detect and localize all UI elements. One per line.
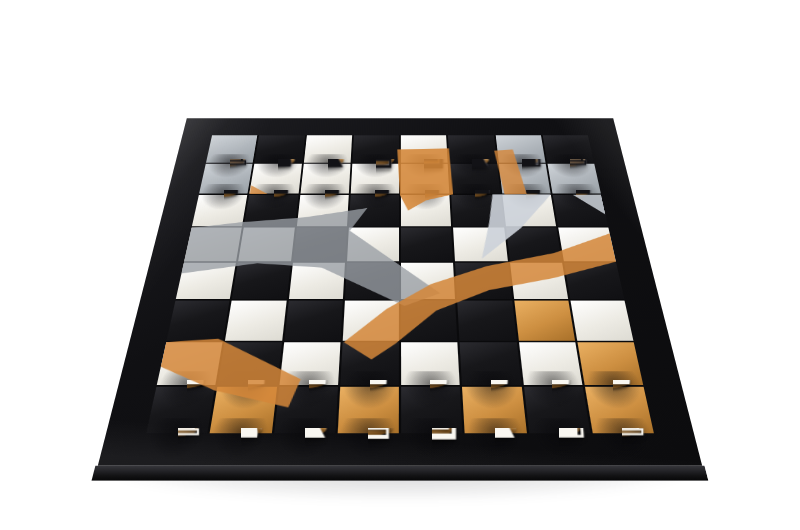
- speckled-pawn-head-icon: [367, 153, 384, 170]
- square-f7[interactable]: ♟: [450, 164, 500, 193]
- square-a4[interactable]: [176, 263, 236, 300]
- square-g6[interactable]: [502, 194, 556, 226]
- square-d4[interactable]: [345, 263, 399, 300]
- square-a5[interactable]: [184, 227, 242, 261]
- square-e5[interactable]: [401, 227, 453, 261]
- square-g5[interactable]: [506, 227, 562, 261]
- square-d7[interactable]: ♟: [350, 164, 399, 193]
- square-a7[interactable]: ♟: [199, 164, 253, 193]
- speckled-pawn-head-icon: [316, 153, 333, 170]
- square-c7[interactable]: ♟: [300, 164, 350, 193]
- speckled-pawn-head-icon: [467, 153, 484, 170]
- speckled-pawn-head-icon: [417, 153, 434, 170]
- square-h7[interactable]: ♟: [547, 164, 601, 193]
- square-f1[interactable]: ♝: [462, 387, 526, 434]
- speckled-pawn-head-icon: [266, 153, 283, 170]
- square-g1[interactable]: ♞: [523, 387, 590, 434]
- speckled-pawn-head-icon: [603, 335, 623, 355]
- square-g7[interactable]: ♟: [498, 164, 550, 193]
- square-c4[interactable]: [288, 263, 344, 300]
- square-e1[interactable]: ♚: [401, 387, 462, 434]
- square-g4[interactable]: [510, 263, 568, 300]
- square-b5[interactable]: [238, 227, 294, 261]
- square-h1[interactable]: ♜: [585, 387, 654, 434]
- perspective-wrapper: ♜♞♝♛♚♝♞♜♟♟♟♟♟♟♟♟♟♟♟♟♟♟♟♟♜♞♝♛♚♝♞♜: [0, 0, 800, 530]
- square-d6[interactable]: [349, 194, 399, 226]
- speckled-pawn-head-icon: [216, 153, 233, 170]
- board-grid: ♜♞♝♛♚♝♞♜♟♟♟♟♟♟♟♟♟♟♟♟♟♟♟♟♜♞♝♛♚♝♞♜: [146, 135, 654, 433]
- square-f6[interactable]: [451, 194, 503, 226]
- square-h4[interactable]: [564, 263, 624, 300]
- square-b7[interactable]: ♟: [250, 164, 302, 193]
- white-rook-icon: ♜: [589, 362, 656, 448]
- chess-board: ♜♞♝♛♚♝♞♜♟♟♟♟♟♟♟♟♟♟♟♟♟♟♟♟♜♞♝♛♚♝♞♜: [98, 118, 702, 466]
- board-edge: [92, 466, 709, 481]
- square-h6[interactable]: [552, 194, 608, 226]
- square-d5[interactable]: [347, 227, 399, 261]
- square-f4[interactable]: [455, 263, 511, 300]
- square-a6[interactable]: [192, 194, 248, 226]
- speckled-pawn-head-icon: [568, 153, 585, 170]
- square-f5[interactable]: [453, 227, 507, 261]
- square-c5[interactable]: [293, 227, 347, 261]
- speckled-pawn-head-icon: [517, 153, 534, 170]
- white-knight-icon: ♞: [520, 345, 598, 453]
- square-e4[interactable]: [401, 263, 455, 300]
- square-c6[interactable]: [296, 194, 348, 226]
- square-h5[interactable]: [558, 227, 616, 261]
- square-b6[interactable]: [244, 194, 298, 226]
- square-b4[interactable]: [232, 263, 290, 300]
- chess-set-photo: ♜♞♝♛♚♝♞♜♟♟♟♟♟♟♟♟♟♟♟♟♟♟♟♟♜♞♝♛♚♝♞♜: [0, 0, 800, 530]
- speckled-pawn-head-icon: [177, 335, 197, 355]
- square-e6[interactable]: [401, 194, 451, 226]
- square-e7[interactable]: ♟: [401, 164, 450, 193]
